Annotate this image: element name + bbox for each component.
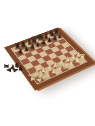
loose-dark-pawn: ♟: [18, 65, 23, 71]
loose-light-pawn: ♟: [45, 72, 50, 78]
product-photo: ♜♞♝♛♚♝♞♜♟♟♟♟♟♟♟♟♟♟♟♟♟♟♟♟♜♞♝♛♚♝♞♜ ♜♟♞♟♟♟♝…: [0, 0, 95, 126]
loose-dark-pawn: ♟: [6, 67, 12, 72]
piece-black-rook: ♜: [50, 28, 64, 35]
